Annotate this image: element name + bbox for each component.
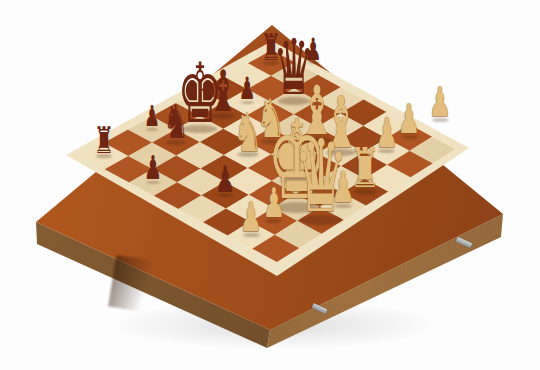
piece-black-pawn-a6[interactable]: ♟	[153, 182, 183, 215]
pieces-layer: ♜♟♜♞♚♝♟♟♛♞♞♟♝♝♝♟♟♚♟♟♛♟♜♟♟	[0, 0, 540, 370]
piece-black-rook-a8[interactable]: ♜	[104, 156, 137, 193]
chess-set-photo: ♜♟♜♞♚♝♟♟♛♞♞♟♝♝♝♟♟♚♟♟♛♟♜♟♟	[0, 0, 540, 370]
piece-white-rook-e1[interactable]: ♜	[365, 192, 414, 247]
piece-white-pawn-frame[interactable]: ♟	[440, 120, 477, 161]
